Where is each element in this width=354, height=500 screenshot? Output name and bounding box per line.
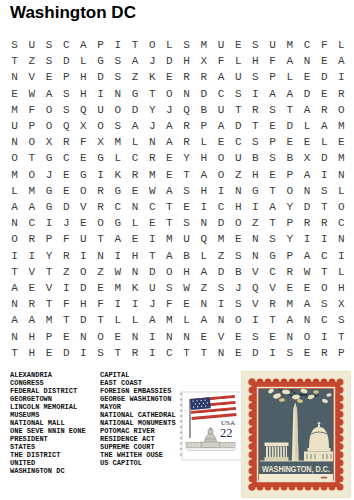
grid-cell: A [195, 312, 212, 328]
grid-cell: R [281, 264, 298, 280]
grid-cell: M [40, 312, 57, 328]
grid-cell: R [247, 102, 264, 118]
word-list-item: FOREIGN EMBASSIES [100, 387, 176, 395]
grid-cell: N [333, 167, 350, 183]
grid-cell: G [40, 183, 57, 199]
word-list-item: ONE SEVE NNIN EONE [10, 427, 86, 435]
grid-cell: E [281, 134, 298, 150]
grid-cell: N [230, 183, 247, 199]
grid-cell: Y [144, 102, 161, 118]
grid-cell: M [281, 37, 298, 53]
grid-cell: A [212, 118, 229, 134]
grid-cell: Z [230, 167, 247, 183]
grid-cell: H [23, 345, 40, 361]
word-list-item: NATIONAL MONUMENTS [100, 419, 176, 427]
grid-cell: I [23, 248, 40, 264]
grid-cell: A [281, 86, 298, 102]
grid-cell: S [281, 345, 298, 361]
grid-cell: Y [281, 231, 298, 247]
grid-cell: F [58, 296, 75, 312]
grid-cell: C [126, 150, 143, 166]
grid-cell: H [75, 296, 92, 312]
grid-cell: H [333, 280, 350, 296]
grid-cell: N [126, 329, 143, 345]
grid-cell: E [40, 345, 57, 361]
word-list-item: PRESIDENT [10, 435, 86, 443]
grid-cell: R [298, 215, 315, 231]
grid-cell: O [40, 102, 57, 118]
grid-cell: W [178, 280, 195, 296]
grid-cell: X [75, 118, 92, 134]
grid-cell: V [247, 264, 264, 280]
grid-cell: M [161, 312, 178, 328]
grid-cell: K [126, 280, 143, 296]
grid-cell: L [316, 134, 333, 150]
grid-cell: F [92, 296, 109, 312]
stamp-caption: WASHINGTON, D.C. [262, 464, 330, 474]
grid-cell: C [316, 248, 333, 264]
grid-cell: P [281, 215, 298, 231]
grid-cell: O [281, 183, 298, 199]
grid-cell: A [6, 280, 23, 296]
grid-cell: N [333, 231, 350, 247]
grid-cell: S [264, 231, 281, 247]
grid-cell: D [58, 53, 75, 69]
grid-cell: E [161, 69, 178, 85]
grid-cell: E [75, 215, 92, 231]
grid-cell: O [212, 150, 229, 166]
grid-cell: M [195, 37, 212, 53]
grid-cell: T [40, 296, 57, 312]
grid-cell: R [92, 183, 109, 199]
grid-cell: D [58, 199, 75, 215]
grid-cell: M [161, 231, 178, 247]
grid-cell: P [23, 118, 40, 134]
grid-cell: Z [212, 248, 229, 264]
grid-cell: A [161, 118, 178, 134]
grid-cell: N [126, 264, 143, 280]
grid-cell: W [23, 86, 40, 102]
grid-cell: J [230, 280, 247, 296]
grid-cell: L [126, 312, 143, 328]
grid-cell: S [161, 280, 178, 296]
grid-cell: R [178, 69, 195, 85]
grid-cell: J [144, 118, 161, 134]
grid-cell: T [264, 183, 281, 199]
grid-cell: F [161, 296, 178, 312]
grid-cell: Q [195, 231, 212, 247]
grid-cell: S [178, 215, 195, 231]
grid-cell: L [6, 183, 23, 199]
grid-cell: N [6, 134, 23, 150]
grid-cell: R [178, 118, 195, 134]
grid-cell: R [316, 215, 333, 231]
grid-cell: T [58, 312, 75, 328]
grid-cell: R [333, 86, 350, 102]
grid-cell: C [58, 37, 75, 53]
grid-cell: C [212, 199, 229, 215]
grid-cell: L [195, 134, 212, 150]
word-list-item: NATIONAL MALL [10, 419, 86, 427]
grid-cell: E [212, 134, 229, 150]
grid-cell: P [92, 37, 109, 53]
grid-cell: U [264, 37, 281, 53]
grid-cell: R [58, 248, 75, 264]
grid-cell: I [126, 296, 143, 312]
grid-cell: N [6, 69, 23, 85]
grid-cell: A [109, 231, 126, 247]
grid-cell: D [75, 312, 92, 328]
grid-cell: H [195, 150, 212, 166]
grid-cell: Q [75, 102, 92, 118]
grid-cell: B [247, 150, 264, 166]
grid-cell: Z [195, 280, 212, 296]
grid-cell: A [6, 312, 23, 328]
grid-cell: G [40, 199, 57, 215]
grid-cell: A [6, 199, 23, 215]
grid-cell: O [161, 86, 178, 102]
grid-cell: D [75, 280, 92, 296]
grid-cell: F [23, 102, 40, 118]
usa-22-stamp-image: USA 22 [177, 390, 247, 462]
grid-cell: E [298, 134, 315, 150]
grid-cell: L [333, 37, 350, 53]
grid-cell: Q [178, 102, 195, 118]
grid-cell: I [212, 296, 229, 312]
word-list-item: STATES [10, 443, 86, 451]
grid-cell: H [126, 248, 143, 264]
word-list-left: ALEXANDRIACONGRESSFEDERAL DISTRICTGEORGE… [10, 371, 86, 475]
grid-cell: L [298, 118, 315, 134]
grid-cell: E [23, 280, 40, 296]
grid-cell: U [230, 69, 247, 85]
grid-cell: R [23, 231, 40, 247]
grid-cell: T [6, 345, 23, 361]
grid-cell: S [109, 69, 126, 85]
grid-cell: H [75, 69, 92, 85]
grid-cell: A [212, 69, 229, 85]
grid-cell: I [75, 345, 92, 361]
grid-cell: B [195, 102, 212, 118]
grid-cell: L [75, 53, 92, 69]
grid-cell: R [316, 345, 333, 361]
grid-cell: I [75, 248, 92, 264]
grid-cell: R [178, 134, 195, 150]
grid-cell: O [161, 264, 178, 280]
grid-cell: A [298, 248, 315, 264]
grid-cell: I [109, 296, 126, 312]
grid-cell: E [298, 345, 315, 361]
grid-cell: Q [247, 280, 264, 296]
grid-cell: N [6, 215, 23, 231]
word-list-item: GEORGETOWN [10, 395, 86, 403]
grid-cell: P [264, 69, 281, 85]
grid-cell: C [298, 37, 315, 53]
grid-cell: H [247, 53, 264, 69]
grid-cell: X [92, 134, 109, 150]
grid-cell: U [230, 150, 247, 166]
grid-cell: S [247, 134, 264, 150]
grid-cell: I [247, 199, 264, 215]
grid-cell: T [333, 329, 350, 345]
grid-cell: J [161, 102, 178, 118]
grid-cell: U [92, 102, 109, 118]
grid-cell: S [247, 69, 264, 85]
grid-cell: A [75, 37, 92, 53]
grid-cell: M [333, 150, 350, 166]
grid-cell: E [264, 329, 281, 345]
grid-cell: R [126, 345, 143, 361]
word-list-item: SUPREME COURT [100, 443, 176, 451]
grid-cell: L [126, 215, 143, 231]
grid-cell: L [126, 134, 143, 150]
grid-cell: M [23, 183, 40, 199]
grid-cell: E [230, 329, 247, 345]
word-list-item: NATIONAL CATHEDRAL [100, 411, 176, 419]
grid-cell: L [281, 69, 298, 85]
word-list-item: US CAPITOL [100, 459, 176, 467]
grid-cell: F [212, 53, 229, 69]
grid-cell: D [230, 118, 247, 134]
grid-cell: T [6, 53, 23, 69]
washington-dc-stamp-image: WASHINGTON, D.C. [241, 371, 351, 498]
grid-cell: B [178, 248, 195, 264]
grid-cell: N [6, 296, 23, 312]
grid-cell: C [161, 345, 178, 361]
grid-cell: E [298, 69, 315, 85]
grid-cell: S [6, 37, 23, 53]
grid-cell: I [298, 231, 315, 247]
grid-cell: D [281, 118, 298, 134]
grid-cell: R [264, 296, 281, 312]
grid-cell: N [195, 215, 212, 231]
grid-cell: T [23, 150, 40, 166]
grid-cell: S [58, 86, 75, 102]
grid-cell: U [212, 37, 229, 53]
word-list-item: EAST COAST [100, 379, 176, 387]
grid-cell: E [316, 53, 333, 69]
word-list-item: POTOMAC RIVER [100, 427, 176, 435]
grid-cell: E [126, 231, 143, 247]
grid-cell: V [212, 329, 229, 345]
grid-cell: T [161, 215, 178, 231]
grid-cell: S [40, 37, 57, 53]
grid-cell: E [230, 231, 247, 247]
grid-cell: U [212, 102, 229, 118]
grid-cell: Y [40, 248, 57, 264]
word-list-item: RESIDENCE ACT [100, 435, 176, 443]
grid-cell: F [264, 53, 281, 69]
grid-cell: J [144, 53, 161, 69]
grid-cell: I [195, 199, 212, 215]
grid-cell: N [126, 199, 143, 215]
grid-cell: A [161, 248, 178, 264]
page-title: Washington DC [10, 3, 136, 23]
grid-cell: Y [281, 199, 298, 215]
grid-cell: A [126, 53, 143, 69]
grid-cell: I [58, 280, 75, 296]
grid-cell: T [178, 345, 195, 361]
grid-cell: L [109, 150, 126, 166]
grid-cell: R [144, 150, 161, 166]
grid-cell: V [40, 280, 57, 296]
grid-cell: L [109, 312, 126, 328]
grid-cell: G [109, 183, 126, 199]
grid-cell: O [40, 118, 57, 134]
grid-cell: P [40, 329, 57, 345]
grid-cell: E [230, 37, 247, 53]
grid-cell: T [6, 264, 23, 280]
grid-cell: O [109, 102, 126, 118]
grid-cell: T [161, 199, 178, 215]
grid-cell: M [109, 280, 126, 296]
grid-cell: N [247, 248, 264, 264]
grid-cell: A [281, 53, 298, 69]
grid-cell: E [281, 280, 298, 296]
grid-cell: O [6, 150, 23, 166]
grid-cell: O [75, 264, 92, 280]
grid-cell: F [75, 134, 92, 150]
grid-cell: O [316, 280, 333, 296]
grid-cell: B [230, 264, 247, 280]
grid-cell: I [212, 183, 229, 199]
grid-cell: L [230, 53, 247, 69]
grid-cell: G [92, 150, 109, 166]
grid-cell: L [178, 312, 195, 328]
grid-cell: S [316, 183, 333, 199]
grid-cell: A [23, 199, 40, 215]
grid-cell: D [161, 53, 178, 69]
grid-cell: O [333, 102, 350, 118]
grid-cell: N [75, 329, 92, 345]
grid-cell: V [247, 296, 264, 312]
grid-cell: O [23, 134, 40, 150]
word-list-item: LINCOLN MEMORIAL [10, 403, 86, 411]
grid-cell: N [212, 345, 229, 361]
grid-cell: A [161, 183, 178, 199]
grid-cell: E [264, 118, 281, 134]
grid-cell: Z [58, 264, 75, 280]
grid-cell: C [333, 215, 350, 231]
grid-cell: V [75, 199, 92, 215]
grid-cell: R [195, 69, 212, 85]
grid-cell: A [281, 312, 298, 328]
grid-cell: S [109, 118, 126, 134]
grid-cell: T [316, 199, 333, 215]
grid-cell: A [264, 86, 281, 102]
grid-cell: A [333, 53, 350, 69]
grid-cell: A [264, 199, 281, 215]
grid-cell: X [40, 134, 57, 150]
grid-cell: H [195, 183, 212, 199]
grid-cell: D [316, 69, 333, 85]
grid-cell: G [75, 167, 92, 183]
grid-cell: I [333, 248, 350, 264]
grid-cell: E [58, 183, 75, 199]
grid-cell: A [126, 118, 143, 134]
grid-cell: T [316, 264, 333, 280]
worksheet-page: Washington DC SUSCAPITOLSMUESUMCFLTZSDLG… [0, 0, 354, 500]
grid-cell: C [212, 86, 229, 102]
grid-cell: D [212, 264, 229, 280]
grid-cell: U [75, 231, 92, 247]
grid-cell: R [23, 296, 40, 312]
grid-cell: M [144, 167, 161, 183]
word-list-item: MAYOR [100, 403, 176, 411]
grid-cell: E [264, 167, 281, 183]
grid-cell: I [109, 37, 126, 53]
grid-cell: N [212, 312, 229, 328]
grid-cell: T [281, 102, 298, 118]
grid-cell: C [264, 264, 281, 280]
grid-cell: I [92, 86, 109, 102]
grid-cell: D [195, 86, 212, 102]
grid-cell: K [144, 69, 161, 85]
grid-cell: G [109, 215, 126, 231]
grid-cell: R [126, 167, 143, 183]
grid-cell: N [92, 248, 109, 264]
grid-cell: E [161, 167, 178, 183]
grid-cell: R [58, 134, 75, 150]
word-search-grid: SUSCAPITOLSMUESUMCFLTZSDLGSAJDHXFLHFANEA… [6, 37, 350, 361]
grid-cell: D [144, 264, 161, 280]
word-list-right: CAPITALEAST COASTFOREIGN EMBASSIESGEORGE… [100, 371, 176, 467]
grid-cell: L [333, 183, 350, 199]
grid-cell: N [6, 329, 23, 345]
grid-cell: D [92, 69, 109, 85]
grid-cell: E [298, 280, 315, 296]
grid-cell: S [40, 53, 57, 69]
grid-cell: I [144, 231, 161, 247]
grid-cell: C [58, 150, 75, 166]
grid-cell: E [6, 86, 23, 102]
grid-cell: V [23, 264, 40, 280]
grid-cell: S [333, 312, 350, 328]
grid-cell: S [178, 183, 195, 199]
grid-cell: Z [23, 53, 40, 69]
grid-cell: C [316, 312, 333, 328]
word-list-item: GEORGE WASHINGTON [100, 395, 176, 403]
grid-cell: A [298, 296, 315, 312]
grid-cell: E [316, 86, 333, 102]
grid-cell: S [58, 102, 75, 118]
grid-cell: H [23, 329, 40, 345]
grid-cell: I [6, 248, 23, 264]
grid-cell: A [316, 118, 333, 134]
grid-cell: O [6, 231, 23, 247]
grid-cell: E [230, 345, 247, 361]
grid-cell: S [247, 37, 264, 53]
grid-cell: W [298, 264, 315, 280]
grid-cell: O [23, 167, 40, 183]
grid-cell: E [195, 329, 212, 345]
word-list-item: WASHINGTON DC [10, 467, 86, 475]
grid-cell: A [23, 312, 40, 328]
grid-cell: S [247, 329, 264, 345]
grid-cell: M [333, 118, 350, 134]
grid-cell: T [92, 312, 109, 328]
grid-cell: E [92, 280, 109, 296]
grid-cell: D [212, 215, 229, 231]
grid-cell: O [230, 215, 247, 231]
grid-cell: A [298, 102, 315, 118]
grid-cell: N [298, 312, 315, 328]
grid-cell: M [6, 102, 23, 118]
grid-cell: D [316, 150, 333, 166]
grid-cell: D [298, 86, 315, 102]
grid-cell: O [144, 37, 161, 53]
grid-cell: I [316, 231, 333, 247]
